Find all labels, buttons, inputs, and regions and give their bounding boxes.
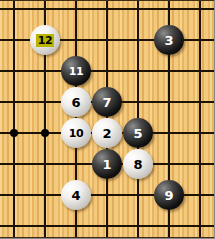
intersection-c4[interactable]: 6 — [61, 87, 92, 118]
intersection-e4[interactable] — [123, 87, 154, 118]
intersection-d6[interactable]: 1 — [92, 149, 123, 180]
intersection-f6[interactable] — [154, 149, 185, 180]
move-number-last: 12 — [36, 34, 54, 47]
intersection-b8[interactable] — [30, 211, 61, 239]
intersection-a6[interactable] — [0, 149, 30, 180]
board-intersections[interactable]: 123116710251849 — [0, 0, 214, 238]
move-number: 7 — [102, 96, 111, 109]
move-number: 1 — [102, 158, 111, 171]
intersection-b1[interactable] — [30, 0, 61, 25]
move-number: 9 — [164, 189, 173, 202]
intersection-e2[interactable] — [123, 25, 154, 56]
intersection-c1[interactable] — [61, 0, 92, 25]
intersection-e8[interactable] — [123, 211, 154, 239]
move-number: 5 — [133, 127, 142, 140]
move-number: 8 — [133, 158, 142, 171]
intersection-f1[interactable] — [154, 0, 185, 25]
intersection-b2[interactable]: 12 — [30, 25, 61, 56]
intersection-c3[interactable]: 11 — [61, 56, 92, 87]
intersection-g4[interactable] — [185, 87, 215, 118]
intersection-a4[interactable] — [0, 87, 30, 118]
stone-black-1: 1 — [92, 149, 122, 179]
intersection-a1[interactable] — [0, 0, 30, 25]
move-number: 11 — [69, 66, 83, 77]
go-board[interactable]: 123116710251849 — [0, 0, 214, 238]
intersection-e7[interactable] — [123, 180, 154, 211]
intersection-a3[interactable] — [0, 56, 30, 87]
intersection-c5[interactable]: 10 — [61, 118, 92, 149]
stone-white-8: 8 — [123, 149, 153, 179]
intersection-d1[interactable] — [92, 0, 123, 25]
intersection-d5[interactable]: 2 — [92, 118, 123, 149]
stone-black-7: 7 — [92, 87, 122, 117]
intersection-f8[interactable] — [154, 211, 185, 239]
intersection-g6[interactable] — [185, 149, 215, 180]
intersection-b3[interactable] — [30, 56, 61, 87]
intersection-a7[interactable] — [0, 180, 30, 211]
stone-white-4: 4 — [61, 180, 91, 210]
move-number: 6 — [71, 96, 80, 109]
intersection-b4[interactable] — [30, 87, 61, 118]
intersection-d8[interactable] — [92, 211, 123, 239]
intersection-d7[interactable] — [92, 180, 123, 211]
intersection-e6[interactable]: 8 — [123, 149, 154, 180]
intersection-e3[interactable] — [123, 56, 154, 87]
hoshi-dot-2 — [41, 129, 49, 137]
intersection-d4[interactable]: 7 — [92, 87, 123, 118]
intersection-b6[interactable] — [30, 149, 61, 180]
intersection-e5[interactable]: 5 — [123, 118, 154, 149]
intersection-g3[interactable] — [185, 56, 215, 87]
intersection-g8[interactable] — [185, 211, 215, 239]
intersection-f7[interactable]: 9 — [154, 180, 185, 211]
intersection-a8[interactable] — [0, 211, 30, 239]
intersection-f3[interactable] — [154, 56, 185, 87]
stone-white-2: 2 — [92, 118, 122, 148]
stone-black-5: 5 — [123, 118, 153, 148]
intersection-c7[interactable]: 4 — [61, 180, 92, 211]
stone-black-11: 11 — [61, 56, 91, 86]
intersection-d3[interactable] — [92, 56, 123, 87]
move-number: 10 — [69, 128, 83, 139]
intersection-g7[interactable] — [185, 180, 215, 211]
stone-white-12: 12 — [30, 25, 60, 55]
stone-white-10: 10 — [61, 118, 91, 148]
stone-black-3: 3 — [154, 25, 184, 55]
intersection-d2[interactable] — [92, 25, 123, 56]
intersection-g5[interactable] — [185, 118, 215, 149]
stone-black-9: 9 — [154, 180, 184, 210]
intersection-c6[interactable] — [61, 149, 92, 180]
intersection-f4[interactable] — [154, 87, 185, 118]
intersection-g2[interactable] — [185, 25, 215, 56]
intersection-g1[interactable] — [185, 0, 215, 25]
intersection-f5[interactable] — [154, 118, 185, 149]
move-number: 3 — [164, 34, 173, 47]
intersection-c2[interactable] — [61, 25, 92, 56]
move-number: 4 — [71, 189, 80, 202]
intersection-f2[interactable]: 3 — [154, 25, 185, 56]
stone-white-6: 6 — [61, 87, 91, 117]
intersection-a5[interactable] — [0, 118, 30, 149]
intersection-c8[interactable] — [61, 211, 92, 239]
intersection-a2[interactable] — [0, 25, 30, 56]
hoshi-dot-1 — [10, 129, 18, 137]
intersection-b5[interactable] — [30, 118, 61, 149]
intersection-b7[interactable] — [30, 180, 61, 211]
intersection-e1[interactable] — [123, 0, 154, 25]
move-number: 2 — [102, 127, 111, 140]
